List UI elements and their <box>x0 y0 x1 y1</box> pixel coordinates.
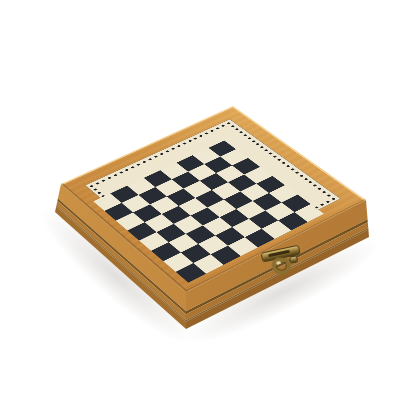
border-dot <box>199 135 203 137</box>
border-dot <box>101 180 105 182</box>
border-dot <box>277 159 281 161</box>
border-dot <box>320 203 324 206</box>
border-dot <box>295 171 299 173</box>
border-dot <box>90 185 94 187</box>
border-dot <box>264 149 268 151</box>
border-dot <box>113 174 117 176</box>
border-dot <box>216 127 220 129</box>
border-dot <box>247 137 251 139</box>
border-dot <box>142 161 146 163</box>
border-dot <box>165 150 169 152</box>
border-dot <box>131 166 135 168</box>
border-dot <box>304 178 308 180</box>
border-dot <box>235 128 239 130</box>
border-dot <box>137 163 141 165</box>
border-dot <box>313 184 317 186</box>
border-dot <box>308 181 312 183</box>
border-dot <box>231 125 235 127</box>
border-dot <box>107 177 111 179</box>
border-dot <box>286 165 290 167</box>
border-dot <box>205 132 209 134</box>
border-dot <box>269 152 273 154</box>
border-dot <box>125 169 129 171</box>
border-dot <box>182 142 186 144</box>
border-dot <box>260 146 264 148</box>
border-dot <box>239 131 243 133</box>
border-dot <box>282 162 286 164</box>
border-dot <box>331 198 335 201</box>
border-dot <box>227 122 231 124</box>
border-dot <box>256 143 260 145</box>
box-lid-top <box>61 106 366 292</box>
border-dot <box>327 194 331 196</box>
border-dot <box>273 155 277 157</box>
border-dot <box>95 182 99 184</box>
border-dot <box>290 168 294 170</box>
border-dot <box>252 140 256 142</box>
border-dot <box>154 155 158 157</box>
border-dot <box>326 201 330 204</box>
border-dot <box>194 137 198 139</box>
chess-box-product-photo <box>0 0 400 400</box>
border-dot <box>119 171 123 173</box>
border-dot <box>160 153 164 155</box>
border-dot <box>171 148 175 150</box>
border-dot <box>318 188 322 190</box>
border-dot <box>322 191 326 193</box>
border-dot <box>93 188 97 190</box>
border-dot <box>221 125 225 127</box>
border-dot <box>299 175 303 177</box>
border-dot <box>177 145 181 147</box>
latch-keeper <box>289 255 298 264</box>
latch-icon <box>256 241 314 292</box>
border-dot <box>97 192 101 194</box>
border-dot <box>188 140 192 142</box>
border-dot <box>210 130 214 132</box>
border-dot <box>148 158 152 160</box>
border-dot <box>243 134 247 136</box>
latch-hook <box>271 257 291 275</box>
